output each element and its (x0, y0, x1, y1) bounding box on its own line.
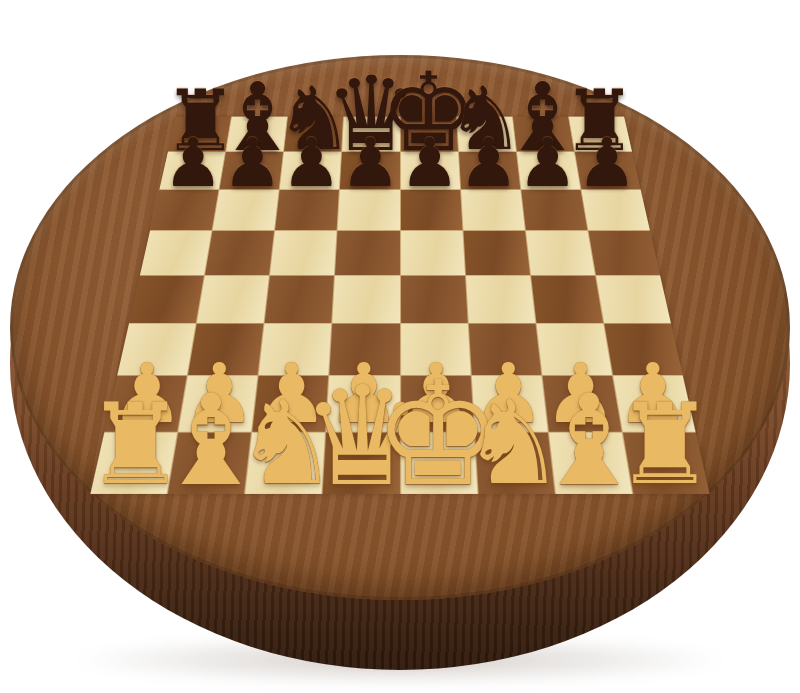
piece-black-pawn-d7[interactable]: ♟ (340, 130, 400, 197)
piece-black-pawn-g7[interactable]: ♟ (518, 130, 578, 197)
piece-black-pawn-b7[interactable]: ♟ (222, 130, 282, 197)
chess-set-photo: ♜♝♞♛♚♞♝♜♟♟♟♟♟♟♟♟♟♟♟♟♟♟♟♟♜♝♞♛♚♞♝♜ (0, 0, 800, 693)
piece-black-pawn-h7[interactable]: ♟ (577, 130, 637, 197)
piece-white-rook-h1[interactable]: ♜ (615, 389, 715, 501)
piece-black-pawn-f7[interactable]: ♟ (458, 130, 518, 197)
piece-black-pawn-e7[interactable]: ♟ (399, 130, 459, 197)
pieces-layer: ♜♝♞♛♚♞♝♜♟♟♟♟♟♟♟♟♟♟♟♟♟♟♟♟♜♝♞♛♚♞♝♜ (0, 0, 800, 693)
piece-black-pawn-a7[interactable]: ♟ (163, 130, 223, 197)
piece-black-pawn-c7[interactable]: ♟ (281, 130, 341, 197)
